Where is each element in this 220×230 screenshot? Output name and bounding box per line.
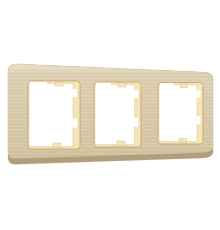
product-photo-canvas: [0, 0, 220, 230]
opening-1-hole: [29, 84, 73, 147]
opening-1-notch-right-top: [73, 89, 78, 97]
opening-1-tab-bottom: [53, 143, 61, 148]
opening-2-tab-top: [118, 83, 126, 87]
opening-3-tab-top: [180, 84, 188, 88]
opening-3-notch-top-left: [160, 83, 174, 86]
opening-2-notch-top-left: [96, 83, 111, 86]
opening-1-notch-top-left: [30, 82, 47, 85]
frame-opening-2: [94, 82, 141, 147]
switch-frame: [8, 63, 214, 164]
product-photo: [0, 0, 220, 230]
frame-opening-1: [28, 81, 80, 149]
opening-3-notch-right-top: [197, 91, 201, 99]
opening-2-tab-bottom: [117, 141, 125, 146]
opening-2-hole: [95, 85, 135, 145]
opening-2-notch-right-bottom: [134, 118, 138, 127]
opening-3-hole: [159, 85, 197, 142]
opening-1-notch-right-bottom: [73, 119, 78, 128]
opening-3-notch-right-bottom: [197, 116, 201, 125]
opening-3-tab-bottom: [179, 139, 187, 143]
frame-opening-3: [158, 83, 203, 145]
opening-2-notch-right-top: [134, 90, 138, 98]
opening-1-tab-top: [55, 82, 63, 86]
